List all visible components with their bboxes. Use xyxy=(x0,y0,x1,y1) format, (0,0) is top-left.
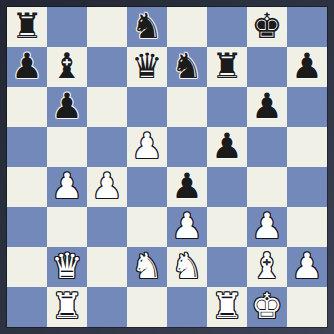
square-b1[interactable]: ♜ xyxy=(47,287,87,327)
square-b8[interactable] xyxy=(47,7,87,47)
piece-white-king: ♚ xyxy=(251,287,282,326)
square-h2[interactable]: ♟ xyxy=(287,247,327,287)
square-d8[interactable]: ♞ xyxy=(127,7,167,47)
square-g7[interactable] xyxy=(247,47,287,87)
square-e7[interactable]: ♞ xyxy=(167,47,207,87)
square-g2[interactable]: ♝ xyxy=(247,247,287,287)
square-d1[interactable] xyxy=(127,287,167,327)
square-f1[interactable]: ♜ xyxy=(207,287,247,327)
piece-white-pawn: ♟ xyxy=(171,207,202,246)
square-a8[interactable]: ♜ xyxy=(7,7,47,47)
piece-white-rook: ♜ xyxy=(51,287,82,326)
square-f7[interactable]: ♜ xyxy=(207,47,247,87)
square-e2[interactable]: ♞ xyxy=(167,247,207,287)
square-g8[interactable]: ♚ xyxy=(247,7,287,47)
piece-white-pawn: ♟ xyxy=(291,247,322,286)
square-d4[interactable] xyxy=(127,167,167,207)
square-d2[interactable]: ♞ xyxy=(127,247,167,287)
square-h8[interactable] xyxy=(287,7,327,47)
square-c4[interactable]: ♟ xyxy=(87,167,127,207)
square-b2[interactable]: ♛ xyxy=(47,247,87,287)
square-e4[interactable]: ♟ xyxy=(167,167,207,207)
square-f4[interactable] xyxy=(207,167,247,207)
square-g4[interactable] xyxy=(247,167,287,207)
piece-white-pawn: ♟ xyxy=(251,207,282,246)
square-d6[interactable] xyxy=(127,87,167,127)
square-a4[interactable] xyxy=(7,167,47,207)
piece-white-knight: ♞ xyxy=(131,247,162,286)
piece-white-pawn: ♟ xyxy=(51,167,82,206)
square-b3[interactable] xyxy=(47,207,87,247)
piece-black-rook: ♜ xyxy=(211,47,242,86)
square-e6[interactable] xyxy=(167,87,207,127)
piece-black-pawn: ♟ xyxy=(171,167,202,206)
chess-board-frame: ♜♞♚♟♝♛♞♜♟♟♟♟♟♟♟♟♟♟♛♞♞♝♟♜♜♚ xyxy=(0,0,334,334)
square-c1[interactable] xyxy=(87,287,127,327)
square-b6[interactable]: ♟ xyxy=(47,87,87,127)
piece-white-knight: ♞ xyxy=(171,247,202,286)
square-c7[interactable] xyxy=(87,47,127,87)
square-e1[interactable] xyxy=(167,287,207,327)
piece-white-queen: ♛ xyxy=(51,247,82,286)
square-g1[interactable]: ♚ xyxy=(247,287,287,327)
piece-black-rook: ♜ xyxy=(11,7,42,46)
square-h7[interactable]: ♟ xyxy=(287,47,327,87)
square-f6[interactable] xyxy=(207,87,247,127)
chess-board: ♜♞♚♟♝♛♞♜♟♟♟♟♟♟♟♟♟♟♛♞♞♝♟♜♜♚ xyxy=(7,7,327,327)
piece-white-bishop: ♝ xyxy=(251,247,282,286)
square-a5[interactable] xyxy=(7,127,47,167)
square-h3[interactable] xyxy=(287,207,327,247)
square-g6[interactable]: ♟ xyxy=(247,87,287,127)
square-a6[interactable] xyxy=(7,87,47,127)
square-c5[interactable] xyxy=(87,127,127,167)
square-h4[interactable] xyxy=(287,167,327,207)
square-b5[interactable] xyxy=(47,127,87,167)
piece-black-knight: ♞ xyxy=(131,7,162,46)
square-b7[interactable]: ♝ xyxy=(47,47,87,87)
square-e5[interactable] xyxy=(167,127,207,167)
piece-white-rook: ♜ xyxy=(211,287,242,326)
square-h1[interactable] xyxy=(287,287,327,327)
piece-black-knight: ♞ xyxy=(171,47,202,86)
piece-black-king: ♚ xyxy=(251,7,282,46)
square-f8[interactable] xyxy=(207,7,247,47)
square-h6[interactable] xyxy=(287,87,327,127)
square-a1[interactable] xyxy=(7,287,47,327)
square-f5[interactable]: ♟ xyxy=(207,127,247,167)
square-f2[interactable] xyxy=(207,247,247,287)
piece-black-queen: ♛ xyxy=(131,47,162,86)
square-c2[interactable] xyxy=(87,247,127,287)
piece-black-pawn: ♟ xyxy=(51,87,82,126)
square-f3[interactable] xyxy=(207,207,247,247)
square-a2[interactable] xyxy=(7,247,47,287)
square-h5[interactable] xyxy=(287,127,327,167)
piece-black-bishop: ♝ xyxy=(51,47,82,86)
square-g3[interactable]: ♟ xyxy=(247,207,287,247)
square-a3[interactable] xyxy=(7,207,47,247)
piece-white-pawn: ♟ xyxy=(91,167,122,206)
piece-black-pawn: ♟ xyxy=(11,47,42,86)
square-d3[interactable] xyxy=(127,207,167,247)
square-d5[interactable]: ♟ xyxy=(127,127,167,167)
square-d7[interactable]: ♛ xyxy=(127,47,167,87)
square-a7[interactable]: ♟ xyxy=(7,47,47,87)
square-g5[interactable] xyxy=(247,127,287,167)
square-b4[interactable]: ♟ xyxy=(47,167,87,207)
square-e8[interactable] xyxy=(167,7,207,47)
piece-black-pawn: ♟ xyxy=(291,47,322,86)
square-c8[interactable] xyxy=(87,7,127,47)
square-c6[interactable] xyxy=(87,87,127,127)
piece-black-pawn: ♟ xyxy=(251,87,282,126)
square-e3[interactable]: ♟ xyxy=(167,207,207,247)
piece-black-pawn: ♟ xyxy=(211,127,242,166)
square-c3[interactable] xyxy=(87,207,127,247)
piece-white-pawn: ♟ xyxy=(131,127,162,166)
